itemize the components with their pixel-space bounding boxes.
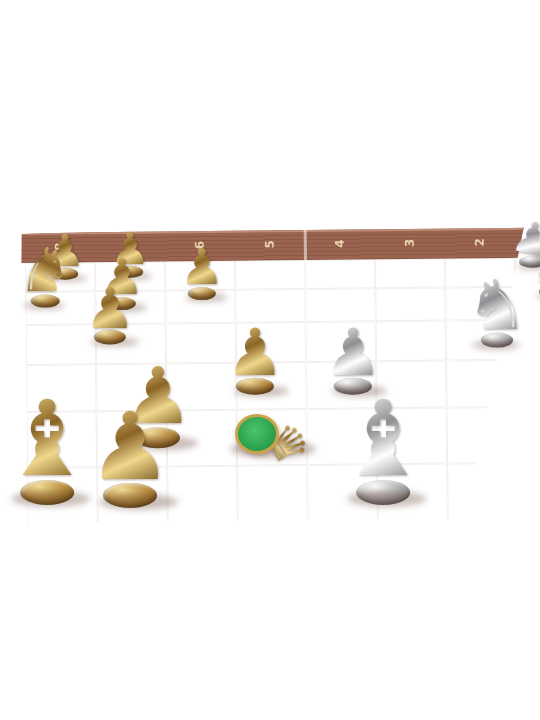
knight-glyph: ♞ [466, 274, 528, 338]
piece-brass-pawn-c7: ♟ [88, 404, 172, 508]
piece-brass-bishop-c8: ♝ [0, 391, 94, 505]
bishop-glyph: ♝ [336, 391, 430, 487]
pawn-glyph: ♟ [85, 283, 135, 335]
board-photo: 87654321 ♟♟♟♞♟♟♟♟♞♟♟♟♛♝♟♝ [0, 140, 540, 523]
piece-silver-knight-f2: ♞ [466, 274, 528, 348]
pawn-glyph: ♟ [324, 323, 382, 383]
product-photo-canvas: 87654321 ♟♟♟♞♟♟♟♟♞♟♟♟♛♝♟♝ [0, 0, 540, 720]
piece-silver-bishop-c4: ♝ [336, 391, 430, 505]
piece-brass-knight-g8: ♞ [18, 243, 73, 308]
pieces-layer: ♟♟♟♞♟♟♟♟♞♟♟♟♛♝♟♝ [0, 140, 540, 523]
pawn-glyph: ♟ [226, 323, 284, 383]
pawn-glyph: ♟ [531, 243, 540, 288]
piece-brass-pawn-f7: ♟ [85, 283, 135, 345]
pawn-glyph: ♟ [180, 245, 224, 290]
knight-glyph: ♞ [18, 243, 73, 299]
green-felt-base [235, 414, 279, 454]
pawn-glyph: ♟ [88, 404, 172, 490]
piece-silver-pawn-g1: ♟ [531, 243, 540, 298]
piece-brass-pawn-g6: ♟ [180, 245, 224, 300]
piece-brass-pawn-e5: ♟ [226, 323, 284, 395]
bishop-glyph: ♝ [0, 391, 94, 487]
